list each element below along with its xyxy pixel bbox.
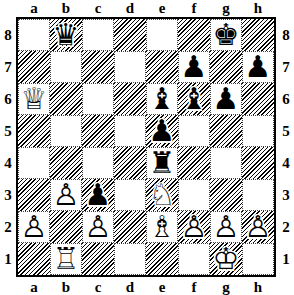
square-f5[interactable]	[178, 115, 210, 147]
square-d4[interactable]	[114, 147, 146, 179]
piece-halo: ♚	[210, 243, 242, 275]
piece-halo: ♛	[18, 83, 50, 115]
square-d7[interactable]	[114, 51, 146, 83]
file-label-c-top: c	[82, 0, 114, 17]
piece-white-pawn: ♙	[178, 211, 210, 243]
piece-halo: ♟	[82, 211, 114, 243]
rank-label-3-left: 3	[0, 179, 16, 211]
file-labels-top: abcdefgh	[18, 0, 274, 17]
square-b4[interactable]	[50, 147, 82, 179]
piece-halo: ♟	[178, 211, 210, 243]
piece-black-queen: ♛	[50, 19, 82, 51]
piece-black-pawn: ♟	[178, 51, 210, 83]
piece-halo: ♝	[146, 83, 178, 115]
square-f2[interactable]: ♟♙	[178, 211, 210, 243]
square-g4[interactable]	[210, 147, 242, 179]
square-h3[interactable]	[242, 179, 274, 211]
rank-label-5-right: 5	[278, 115, 294, 147]
piece-halo: ♟	[242, 211, 274, 243]
square-g3[interactable]	[210, 179, 242, 211]
rank-label-8-right: 8	[278, 19, 294, 51]
piece-black-king: ♚	[210, 19, 242, 51]
square-f4[interactable]	[178, 147, 210, 179]
file-label-g-bottom: g	[210, 279, 242, 295]
square-d8[interactable]	[114, 19, 146, 51]
piece-white-pawn: ♙	[50, 179, 82, 211]
rank-label-5-left: 5	[0, 115, 16, 147]
square-g5[interactable]	[210, 115, 242, 147]
square-e7[interactable]	[146, 51, 178, 83]
piece-halo: ♟	[210, 83, 242, 115]
piece-halo: ♝	[178, 83, 210, 115]
square-a1[interactable]	[18, 243, 50, 275]
square-b5[interactable]	[50, 115, 82, 147]
piece-white-pawn: ♙	[82, 211, 114, 243]
square-b1[interactable]: ♜♖	[50, 243, 82, 275]
rank-label-1-left: 1	[0, 243, 16, 275]
square-g6[interactable]: ♟♟	[210, 83, 242, 115]
piece-white-knight: ♘	[146, 179, 178, 211]
square-c5[interactable]	[82, 115, 114, 147]
file-label-f-bottom: f	[178, 279, 210, 295]
rank-label-8-left: 8	[0, 19, 16, 51]
rank-labels-right: 87654321	[278, 19, 294, 275]
square-d6[interactable]	[114, 83, 146, 115]
square-a6[interactable]: ♛♕	[18, 83, 50, 115]
piece-white-king: ♔	[210, 243, 242, 275]
chess-board: ♛♛♚♚♟♟♟♟♛♕♝♝♝♝♟♟♟♟♜♜♟♙♟♟♞♘♟♙♟♙♝♗♟♙♟♙♟♙♜♖…	[16, 17, 276, 277]
file-label-a-bottom: a	[18, 279, 50, 295]
chess-diagram: abcdefgh 87654321 ♛♛♚♚♟♟♟♟♛♕♝♝♝♝♟♟♟♟♜♜♟♙…	[0, 0, 294, 295]
square-c8[interactable]	[82, 19, 114, 51]
square-g8[interactable]: ♚♚	[210, 19, 242, 51]
rank-label-7-left: 7	[0, 51, 16, 83]
square-c7[interactable]	[82, 51, 114, 83]
square-h2[interactable]: ♟♙	[242, 211, 274, 243]
square-g7[interactable]	[210, 51, 242, 83]
square-e3[interactable]: ♞♘	[146, 179, 178, 211]
file-label-c-bottom: c	[82, 279, 114, 295]
file-label-b-top: b	[50, 0, 82, 17]
piece-white-pawn: ♙	[18, 211, 50, 243]
piece-white-pawn: ♙	[242, 211, 274, 243]
square-h8[interactable]	[242, 19, 274, 51]
square-b6[interactable]	[50, 83, 82, 115]
piece-black-rook: ♜	[146, 147, 178, 179]
piece-halo: ♟	[178, 51, 210, 83]
square-h1[interactable]	[242, 243, 274, 275]
piece-halo: ♟	[242, 51, 274, 83]
square-c6[interactable]	[82, 83, 114, 115]
rank-label-1-right: 1	[278, 243, 294, 275]
square-c1[interactable]	[82, 243, 114, 275]
rank-label-2-right: 2	[278, 211, 294, 243]
piece-white-bishop: ♗	[146, 211, 178, 243]
file-label-e-top: e	[146, 0, 178, 17]
rank-label-3-right: 3	[278, 179, 294, 211]
square-h5[interactable]	[242, 115, 274, 147]
file-labels-bottom: abcdefgh	[18, 279, 274, 295]
rank-label-2-left: 2	[0, 211, 16, 243]
file-label-h-bottom: h	[242, 279, 274, 295]
square-a2[interactable]: ♟♙	[18, 211, 50, 243]
rank-label-6-left: 6	[0, 83, 16, 115]
square-d3[interactable]	[114, 179, 146, 211]
file-label-f-top: f	[178, 0, 210, 17]
square-a3[interactable]	[18, 179, 50, 211]
file-label-b-bottom: b	[50, 279, 82, 295]
square-a5[interactable]	[18, 115, 50, 147]
piece-black-bishop: ♝	[178, 83, 210, 115]
square-f3[interactable]	[178, 179, 210, 211]
square-b7[interactable]	[50, 51, 82, 83]
rank-label-4-left: 4	[0, 147, 16, 179]
file-label-d-top: d	[114, 0, 146, 17]
square-a7[interactable]	[18, 51, 50, 83]
square-g1[interactable]: ♚♔	[210, 243, 242, 275]
rank-label-4-right: 4	[278, 147, 294, 179]
square-c4[interactable]	[82, 147, 114, 179]
square-c2[interactable]: ♟♙	[82, 211, 114, 243]
piece-halo: ♛	[50, 19, 82, 51]
file-label-h-top: h	[242, 0, 274, 17]
piece-halo: ♟	[146, 115, 178, 147]
square-e5[interactable]: ♟♟	[146, 115, 178, 147]
square-f6[interactable]: ♝♝	[178, 83, 210, 115]
square-e4[interactable]: ♜♜	[146, 147, 178, 179]
rank-label-7-right: 7	[278, 51, 294, 83]
square-d5[interactable]	[114, 115, 146, 147]
piece-halo: ♝	[146, 211, 178, 243]
square-f7[interactable]: ♟♟	[178, 51, 210, 83]
file-label-g-top: g	[210, 0, 242, 17]
piece-black-pawn: ♟	[210, 83, 242, 115]
rank-label-6-right: 6	[278, 83, 294, 115]
piece-halo: ♟	[18, 211, 50, 243]
piece-halo: ♜	[146, 147, 178, 179]
square-e8[interactable]	[146, 19, 178, 51]
square-f1[interactable]	[178, 243, 210, 275]
square-c3[interactable]: ♟♟	[82, 179, 114, 211]
piece-white-pawn: ♙	[210, 211, 242, 243]
square-h6[interactable]	[242, 83, 274, 115]
file-label-e-bottom: e	[146, 279, 178, 295]
piece-black-pawn: ♟	[82, 179, 114, 211]
square-b3[interactable]: ♟♙	[50, 179, 82, 211]
piece-black-pawn: ♟	[146, 115, 178, 147]
square-d2[interactable]	[114, 211, 146, 243]
file-label-d-bottom: d	[114, 279, 146, 295]
piece-white-rook: ♖	[50, 243, 82, 275]
piece-white-queen: ♕	[18, 83, 50, 115]
square-f8[interactable]	[178, 19, 210, 51]
square-b8[interactable]: ♛♛	[50, 19, 82, 51]
piece-halo: ♞	[146, 179, 178, 211]
square-e2[interactable]: ♝♗	[146, 211, 178, 243]
piece-halo: ♟	[50, 179, 82, 211]
file-label-a-top: a	[18, 0, 50, 17]
square-h7[interactable]: ♟♟	[242, 51, 274, 83]
square-a4[interactable]	[18, 147, 50, 179]
square-g2[interactable]: ♟♙	[210, 211, 242, 243]
square-d1[interactable]	[114, 243, 146, 275]
square-b2[interactable]	[50, 211, 82, 243]
square-e1[interactable]	[146, 243, 178, 275]
square-e6[interactable]: ♝♝	[146, 83, 178, 115]
piece-black-bishop: ♝	[146, 83, 178, 115]
piece-black-pawn: ♟	[242, 51, 274, 83]
piece-halo: ♟	[82, 179, 114, 211]
piece-halo: ♟	[210, 211, 242, 243]
rank-labels-left: 87654321	[0, 19, 16, 275]
square-a8[interactable]	[18, 19, 50, 51]
piece-halo: ♜	[50, 243, 82, 275]
square-h4[interactable]	[242, 147, 274, 179]
piece-halo: ♚	[210, 19, 242, 51]
